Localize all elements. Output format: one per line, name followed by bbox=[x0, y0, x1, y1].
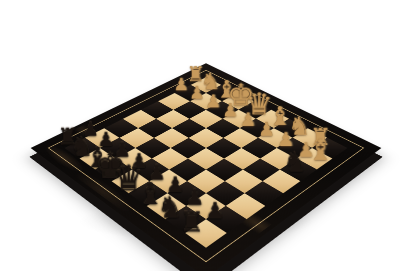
piece-black-pawn[interactable]: ♟ bbox=[185, 186, 204, 208]
square-b5[interactable] bbox=[225, 170, 263, 194]
piece-black-rook[interactable]: ♜ bbox=[179, 208, 204, 236]
chess-set-photo: ♜♞♝♚♛♝♞♜♟♟♟♟♟♟♟♟♟♟♟♟♟♟♟♟♜♞♝♚♛♝♞♜ ♝ ♞ bbox=[0, 0, 404, 271]
piece-white-pawn[interactable]: ♟ bbox=[222, 101, 238, 119]
piece-white-pawn[interactable]: ♟ bbox=[189, 84, 205, 101]
piece-black-pawn[interactable]: ♟ bbox=[205, 199, 225, 221]
piece-white-pawn[interactable]: ♟ bbox=[205, 92, 221, 110]
piece-white-pawn[interactable]: ♟ bbox=[277, 129, 294, 148]
square-d3[interactable] bbox=[223, 128, 258, 148]
piece-white-pawn[interactable]: ♟ bbox=[173, 76, 188, 93]
border-piece-white-bishop[interactable]: ♝ bbox=[308, 136, 334, 164]
piece-white-pawn[interactable]: ♟ bbox=[240, 110, 257, 129]
piece-white-pawn[interactable]: ♟ bbox=[258, 120, 275, 139]
border-piece-black-knight[interactable]: ♞ bbox=[283, 149, 307, 176]
